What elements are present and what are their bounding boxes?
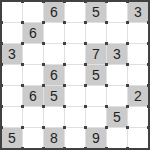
cell-r1c2[interactable]	[23, 2, 43, 22]
cell-r6c2[interactable]	[23, 107, 43, 127]
cell-r3c1-clue[interactable]: 3	[2, 44, 22, 64]
cell-r7c3-clue[interactable]: 8	[44, 128, 64, 148]
cell-r2c6[interactable]	[107, 23, 127, 43]
cell-r7c5-clue[interactable]: 9	[86, 128, 106, 148]
cell-r2c7[interactable]	[128, 23, 148, 43]
cell-r6c5[interactable]	[86, 107, 106, 127]
cell-r5c3-clue[interactable]: 5	[44, 86, 64, 106]
cell-r4c4[interactable]	[65, 65, 85, 85]
cell-r3c7[interactable]	[128, 44, 148, 64]
cell-r3c4[interactable]	[65, 44, 85, 64]
cell-r1c4[interactable]	[65, 2, 85, 22]
cell-r1c6[interactable]	[107, 2, 127, 22]
cell-r5c6[interactable]	[107, 86, 127, 106]
cell-r3c3[interactable]	[44, 44, 64, 64]
cell-r6c3[interactable]	[44, 107, 64, 127]
cell-r5c7-clue[interactable]: 2	[128, 86, 148, 106]
cell-r2c3[interactable]	[44, 23, 64, 43]
cell-r3c6-clue[interactable]: 3	[107, 44, 127, 64]
cell-r2c2-clue[interactable]: 6	[23, 23, 43, 43]
cell-r1c7-clue[interactable]: 3	[128, 2, 148, 22]
cell-r6c1[interactable]	[2, 107, 22, 127]
cell-r5c5[interactable]	[86, 86, 106, 106]
cell-r4c7[interactable]	[128, 65, 148, 85]
cell-r6c4[interactable]	[65, 107, 85, 127]
cell-r5c4[interactable]	[65, 86, 85, 106]
fill-a-pix-board: 6536373656525589	[0, 0, 150, 150]
cell-r7c6[interactable]	[107, 128, 127, 148]
cell-r2c5[interactable]	[86, 23, 106, 43]
cell-r4c5-clue[interactable]: 5	[86, 65, 106, 85]
cell-r7c2[interactable]	[23, 128, 43, 148]
cell-r6c7[interactable]	[128, 107, 148, 127]
cell-r1c5-clue[interactable]: 5	[86, 2, 106, 22]
cell-r7c4[interactable]	[65, 128, 85, 148]
cell-r7c7[interactable]	[128, 128, 148, 148]
cell-r4c2[interactable]	[23, 65, 43, 85]
cell-r1c3-clue[interactable]: 6	[44, 2, 64, 22]
cell-r1c1[interactable]	[2, 2, 22, 22]
cell-r7c1-clue[interactable]: 5	[2, 128, 22, 148]
cell-r4c3-clue[interactable]: 6	[44, 65, 64, 85]
cell-r2c4[interactable]	[65, 23, 85, 43]
cell-r3c2[interactable]	[23, 44, 43, 64]
cell-r4c6[interactable]	[107, 65, 127, 85]
cell-r6c6-clue[interactable]: 5	[107, 107, 127, 127]
cell-r5c1[interactable]	[2, 86, 22, 106]
cell-r2c1[interactable]	[2, 23, 22, 43]
cell-r3c5-clue[interactable]: 7	[86, 44, 106, 64]
cell-r4c1[interactable]	[2, 65, 22, 85]
cell-r5c2-clue[interactable]: 6	[23, 86, 43, 106]
